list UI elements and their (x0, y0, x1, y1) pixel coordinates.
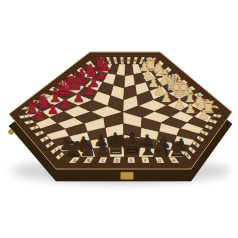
cell-white-0-3[interactable] (125, 64, 133, 76)
piece-red-pawn[interactable]: ♟ (47, 102, 59, 117)
coord-label-top: 4 (121, 58, 124, 63)
coord-label-top: 5 (127, 58, 130, 63)
piece-red-pawn[interactable]: ♟ (59, 96, 71, 111)
piece-red-pawn[interactable]: ♟ (83, 83, 95, 98)
piece-white-pawn[interactable]: ♟ (185, 101, 197, 116)
piece-white-pawn[interactable]: ♟ (198, 107, 210, 122)
piece-red-pawn[interactable]: ♟ (33, 108, 45, 123)
product-photo: 12345678ABCDEFGH12345678ABCDEFGH12345678… (0, 0, 238, 238)
brass-hinge (9, 130, 14, 135)
brass-clasp (121, 172, 134, 180)
piece-brown-rook[interactable]: ♜ (64, 138, 82, 161)
piece-white-pawn[interactable]: ♟ (161, 90, 173, 105)
piece-brown-rook[interactable]: ♜ (168, 138, 186, 161)
three-player-chess-board: 12345678ABCDEFGH12345678ABCDEFGH12345678… (0, 0, 238, 238)
piece-red-pawn[interactable]: ♟ (73, 90, 85, 105)
